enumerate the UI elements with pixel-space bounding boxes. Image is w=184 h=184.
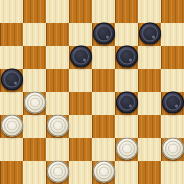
square-a3[interactable]: ⛀ <box>0 115 23 138</box>
white-man-c1[interactable]: ⛀ <box>47 160 69 182</box>
square-g6[interactable] <box>138 46 161 69</box>
square-h2[interactable]: ⛀ <box>161 138 184 161</box>
square-h1[interactable] <box>161 161 184 184</box>
white-man-c3[interactable]: ⛀ <box>47 114 69 136</box>
square-c1[interactable]: ⛀ <box>46 161 69 184</box>
square-d8[interactable] <box>69 0 92 23</box>
square-a5[interactable]: ⛂ <box>0 69 23 92</box>
square-f3[interactable] <box>115 115 138 138</box>
square-a1[interactable] <box>0 161 23 184</box>
square-c5[interactable] <box>46 69 69 92</box>
square-a8[interactable] <box>0 0 23 23</box>
square-c4[interactable] <box>46 92 69 115</box>
square-g5[interactable] <box>138 69 161 92</box>
black-man-glyph: ⛂ <box>162 91 184 113</box>
white-man-glyph: ⛀ <box>47 114 69 136</box>
square-f6[interactable]: ⛂ <box>115 46 138 69</box>
square-c7[interactable] <box>46 23 69 46</box>
square-h7[interactable] <box>161 23 184 46</box>
square-h4[interactable]: ⛂ <box>161 92 184 115</box>
square-g7[interactable]: ⛂ <box>138 23 161 46</box>
black-man-glyph: ⛂ <box>1 68 23 90</box>
white-man-glyph: ⛀ <box>116 137 138 159</box>
square-a2[interactable] <box>0 138 23 161</box>
black-man-a5[interactable]: ⛂ <box>1 68 23 90</box>
square-d6[interactable]: ⛂ <box>69 46 92 69</box>
square-f2[interactable]: ⛀ <box>115 138 138 161</box>
square-h3[interactable] <box>161 115 184 138</box>
checkers-board: ⛂⛂⛂⛂⛂⛀⛂⛂⛀⛀⛀⛀⛀⛀ <box>0 0 184 184</box>
white-man-glyph: ⛀ <box>47 160 69 182</box>
white-man-a3[interactable]: ⛀ <box>1 114 23 136</box>
square-g2[interactable] <box>138 138 161 161</box>
white-man-b4[interactable]: ⛀ <box>24 91 46 113</box>
black-man-h4[interactable]: ⛂ <box>162 91 184 113</box>
square-e8[interactable] <box>92 0 115 23</box>
square-a6[interactable] <box>0 46 23 69</box>
white-man-h2[interactable]: ⛀ <box>162 137 184 159</box>
square-c2[interactable] <box>46 138 69 161</box>
square-e1[interactable]: ⛀ <box>92 161 115 184</box>
square-b3[interactable] <box>23 115 46 138</box>
square-a7[interactable] <box>0 23 23 46</box>
black-man-glyph: ⛂ <box>116 45 138 67</box>
square-a4[interactable] <box>0 92 23 115</box>
white-man-glyph: ⛀ <box>1 114 23 136</box>
square-f7[interactable] <box>115 23 138 46</box>
square-b5[interactable] <box>23 69 46 92</box>
square-b7[interactable] <box>23 23 46 46</box>
square-d2[interactable] <box>69 138 92 161</box>
square-c6[interactable] <box>46 46 69 69</box>
square-c3[interactable]: ⛀ <box>46 115 69 138</box>
square-d1[interactable] <box>69 161 92 184</box>
black-man-g7[interactable]: ⛂ <box>139 22 161 44</box>
square-e5[interactable] <box>92 69 115 92</box>
square-h8[interactable] <box>161 0 184 23</box>
square-h5[interactable] <box>161 69 184 92</box>
black-man-f6[interactable]: ⛂ <box>116 45 138 67</box>
square-d4[interactable] <box>69 92 92 115</box>
white-man-glyph: ⛀ <box>93 160 115 182</box>
white-man-f2[interactable]: ⛀ <box>116 137 138 159</box>
square-e7[interactable]: ⛂ <box>92 23 115 46</box>
square-f1[interactable] <box>115 161 138 184</box>
square-g1[interactable] <box>138 161 161 184</box>
square-b1[interactable] <box>23 161 46 184</box>
square-g4[interactable] <box>138 92 161 115</box>
black-man-f4[interactable]: ⛂ <box>116 91 138 113</box>
square-f4[interactable]: ⛂ <box>115 92 138 115</box>
black-man-glyph: ⛂ <box>70 45 92 67</box>
square-e6[interactable] <box>92 46 115 69</box>
square-h6[interactable] <box>161 46 184 69</box>
square-c8[interactable] <box>46 0 69 23</box>
white-man-glyph: ⛀ <box>24 91 46 113</box>
square-b2[interactable] <box>23 138 46 161</box>
square-d3[interactable] <box>69 115 92 138</box>
square-d5[interactable] <box>69 69 92 92</box>
black-man-glyph: ⛂ <box>139 22 161 44</box>
square-b6[interactable] <box>23 46 46 69</box>
white-man-e1[interactable]: ⛀ <box>93 160 115 182</box>
square-b8[interactable] <box>23 0 46 23</box>
black-man-glyph: ⛂ <box>116 91 138 113</box>
black-man-glyph: ⛂ <box>93 22 115 44</box>
square-e2[interactable] <box>92 138 115 161</box>
black-man-d6[interactable]: ⛂ <box>70 45 92 67</box>
square-g3[interactable] <box>138 115 161 138</box>
square-f5[interactable] <box>115 69 138 92</box>
square-b4[interactable]: ⛀ <box>23 92 46 115</box>
square-e3[interactable] <box>92 115 115 138</box>
white-man-glyph: ⛀ <box>162 137 184 159</box>
square-f8[interactable] <box>115 0 138 23</box>
square-d7[interactable] <box>69 23 92 46</box>
square-g8[interactable] <box>138 0 161 23</box>
square-e4[interactable] <box>92 92 115 115</box>
black-man-e7[interactable]: ⛂ <box>93 22 115 44</box>
